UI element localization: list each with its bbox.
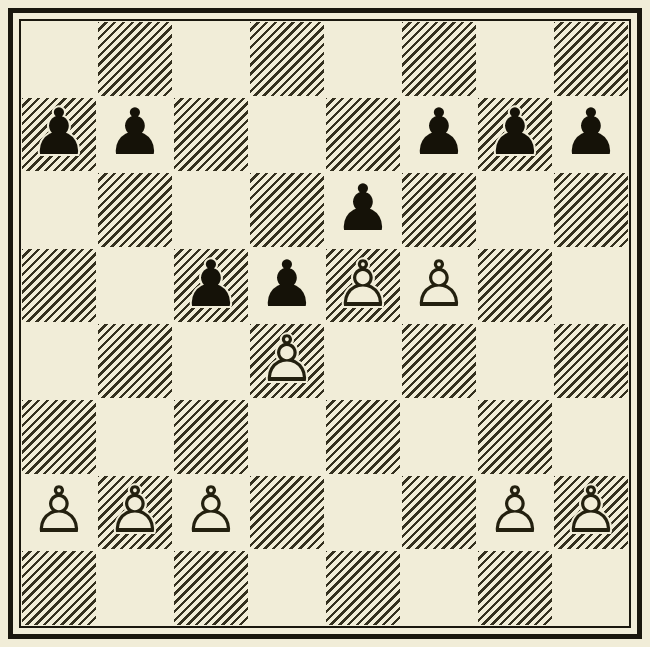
piece-black-pawn[interactable]: ♟♟ — [325, 172, 401, 248]
white-pawn-icon: ♙ — [173, 473, 249, 549]
white-pawn-icon: ♙ — [97, 473, 173, 549]
diagram-page: ♟♟♟♟♟♟♟♟♟♟♟♟♟♟♟♟♟♙♟♙♟♙♟♙♟♙♟♙♟♙♟♙ — [0, 0, 650, 647]
square-h8[interactable] — [553, 21, 629, 97]
square-d6[interactable] — [249, 172, 325, 248]
square-e6[interactable]: ♟♟ — [325, 172, 401, 248]
square-d2[interactable] — [249, 475, 325, 551]
square-f8[interactable] — [401, 21, 477, 97]
square-g7[interactable]: ♟♟ — [477, 97, 553, 173]
square-h3[interactable] — [553, 399, 629, 475]
piece-black-pawn[interactable]: ♟♟ — [97, 97, 173, 173]
square-a3[interactable] — [21, 399, 97, 475]
square-d3[interactable] — [249, 399, 325, 475]
square-e2[interactable] — [325, 475, 401, 551]
square-e8[interactable] — [325, 21, 401, 97]
square-c3[interactable] — [173, 399, 249, 475]
square-h4[interactable] — [553, 323, 629, 399]
square-f6[interactable] — [401, 172, 477, 248]
white-pawn-icon: ♙ — [21, 473, 97, 549]
white-pawn-icon: ♙ — [401, 246, 477, 322]
piece-white-pawn[interactable]: ♟♙ — [477, 475, 553, 551]
square-a7[interactable]: ♟♟ — [21, 97, 97, 173]
square-c8[interactable] — [173, 21, 249, 97]
black-pawn-icon: ♟ — [173, 246, 249, 322]
square-f2[interactable] — [401, 475, 477, 551]
square-g2[interactable]: ♟♙ — [477, 475, 553, 551]
piece-black-pawn[interactable]: ♟♟ — [477, 97, 553, 173]
square-a2[interactable]: ♟♙ — [21, 475, 97, 551]
square-d8[interactable] — [249, 21, 325, 97]
square-e4[interactable] — [325, 323, 401, 399]
square-g8[interactable] — [477, 21, 553, 97]
square-c5[interactable]: ♟♟ — [173, 248, 249, 324]
square-b5[interactable] — [97, 248, 173, 324]
board-outer-frame: ♟♟♟♟♟♟♟♟♟♟♟♟♟♟♟♟♟♙♟♙♟♙♟♙♟♙♟♙♟♙♟♙ — [8, 8, 642, 639]
square-d5[interactable]: ♟♟ — [249, 248, 325, 324]
square-d7[interactable] — [249, 97, 325, 173]
square-e1[interactable] — [325, 550, 401, 626]
square-b7[interactable]: ♟♟ — [97, 97, 173, 173]
square-e3[interactable] — [325, 399, 401, 475]
square-a4[interactable] — [21, 323, 97, 399]
square-d1[interactable] — [249, 550, 325, 626]
square-b2[interactable]: ♟♙ — [97, 475, 173, 551]
square-b3[interactable] — [97, 399, 173, 475]
piece-white-pawn[interactable]: ♟♙ — [21, 475, 97, 551]
square-g1[interactable] — [477, 550, 553, 626]
square-a1[interactable] — [21, 550, 97, 626]
square-c1[interactable] — [173, 550, 249, 626]
square-h7[interactable]: ♟♟ — [553, 97, 629, 173]
square-g5[interactable] — [477, 248, 553, 324]
square-h6[interactable] — [553, 172, 629, 248]
square-b8[interactable] — [97, 21, 173, 97]
black-pawn-icon: ♟ — [249, 246, 325, 322]
square-g6[interactable] — [477, 172, 553, 248]
square-e7[interactable] — [325, 97, 401, 173]
black-pawn-icon: ♟ — [477, 95, 553, 171]
black-pawn-icon: ♟ — [325, 170, 401, 246]
black-pawn-icon: ♟ — [97, 95, 173, 171]
white-pawn-icon: ♙ — [325, 246, 401, 322]
white-pawn-icon: ♙ — [249, 321, 325, 397]
white-pawn-icon: ♙ — [477, 473, 553, 549]
square-a8[interactable] — [21, 21, 97, 97]
black-pawn-icon: ♟ — [21, 95, 97, 171]
piece-white-pawn[interactable]: ♟♙ — [401, 248, 477, 324]
piece-black-pawn[interactable]: ♟♟ — [553, 97, 629, 173]
square-c6[interactable] — [173, 172, 249, 248]
black-pawn-icon: ♟ — [553, 95, 629, 171]
piece-black-pawn[interactable]: ♟♟ — [173, 248, 249, 324]
square-f4[interactable] — [401, 323, 477, 399]
piece-white-pawn[interactable]: ♟♙ — [249, 323, 325, 399]
square-f1[interactable] — [401, 550, 477, 626]
square-c2[interactable]: ♟♙ — [173, 475, 249, 551]
piece-white-pawn[interactable]: ♟♙ — [325, 248, 401, 324]
chess-board: ♟♟♟♟♟♟♟♟♟♟♟♟♟♟♟♟♟♙♟♙♟♙♟♙♟♙♟♙♟♙♟♙ — [21, 21, 629, 626]
square-d4[interactable]: ♟♙ — [249, 323, 325, 399]
square-c7[interactable] — [173, 97, 249, 173]
square-f7[interactable]: ♟♟ — [401, 97, 477, 173]
square-c4[interactable] — [173, 323, 249, 399]
square-g4[interactable] — [477, 323, 553, 399]
piece-black-pawn[interactable]: ♟♟ — [21, 97, 97, 173]
square-h1[interactable] — [553, 550, 629, 626]
black-pawn-icon: ♟ — [401, 95, 477, 171]
board-inner-frame: ♟♟♟♟♟♟♟♟♟♟♟♟♟♟♟♟♟♙♟♙♟♙♟♙♟♙♟♙♟♙♟♙ — [19, 19, 631, 628]
square-g3[interactable] — [477, 399, 553, 475]
square-f3[interactable] — [401, 399, 477, 475]
piece-black-pawn[interactable]: ♟♟ — [401, 97, 477, 173]
piece-white-pawn[interactable]: ♟♙ — [97, 475, 173, 551]
square-a5[interactable] — [21, 248, 97, 324]
white-pawn-icon: ♙ — [553, 473, 629, 549]
square-b4[interactable] — [97, 323, 173, 399]
square-h2[interactable]: ♟♙ — [553, 475, 629, 551]
square-b1[interactable] — [97, 550, 173, 626]
piece-white-pawn[interactable]: ♟♙ — [553, 475, 629, 551]
square-a6[interactable] — [21, 172, 97, 248]
square-b6[interactable] — [97, 172, 173, 248]
piece-black-pawn[interactable]: ♟♟ — [249, 248, 325, 324]
square-e5[interactable]: ♟♙ — [325, 248, 401, 324]
square-h5[interactable] — [553, 248, 629, 324]
piece-white-pawn[interactable]: ♟♙ — [173, 475, 249, 551]
square-f5[interactable]: ♟♙ — [401, 248, 477, 324]
